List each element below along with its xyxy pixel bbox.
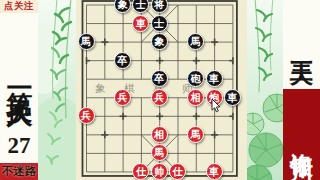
piece-black-6-2[interactable]: 馬 <box>187 33 204 50</box>
lotus-right-art <box>247 0 283 180</box>
lotus-decoration-right <box>247 0 283 180</box>
episode-title: 第一换人 <box>0 18 38 136</box>
video-thumbnail: 点关注 第一换人 27 不迷路 <box>0 0 320 180</box>
stay-badge: 不迷路 <box>0 163 38 180</box>
pieces-layer: 象士将車士馬象馬卒卒砲車兵兵相炮車兵相馬馬仕帅仕車 <box>76 0 247 180</box>
player-name-bottom: 许银川 <box>283 89 320 180</box>
piece-red-5-9[interactable]: 仕 <box>169 163 186 180</box>
xiangqi-board[interactable]: 象棋巫师 象士将車士馬象馬卒卒砲車兵兵相炮車兵相馬馬仕帅仕車 <box>76 0 247 180</box>
mouse-cursor <box>211 99 221 113</box>
willow-left-art <box>38 0 76 180</box>
piece-black-8-5[interactable]: 車 <box>224 89 241 106</box>
piece-black-3-0[interactable]: 士 <box>132 0 149 13</box>
piece-black-4-2[interactable]: 象 <box>151 33 168 50</box>
piece-red-4-9[interactable]: 帅 <box>151 163 168 180</box>
piece-black-4-4[interactable]: 卒 <box>151 70 168 87</box>
piece-black-2-3[interactable]: 卒 <box>114 52 131 69</box>
willow-decoration-left <box>38 0 76 180</box>
piece-black-0-2[interactable]: 馬 <box>78 33 95 50</box>
piece-red-3-1[interactable]: 車 <box>132 15 149 32</box>
piece-red-4-5[interactable]: 兵 <box>151 89 168 106</box>
episode-number: 27 <box>0 133 38 159</box>
piece-red-6-5[interactable]: 相 <box>187 89 204 106</box>
player-name-top: 王天一 <box>283 0 320 89</box>
piece-red-7-9[interactable]: 車 <box>206 163 223 180</box>
follow-badge[interactable]: 点关注 <box>0 0 38 13</box>
left-text-column: 点关注 第一换人 27 不迷路 <box>0 0 38 180</box>
piece-black-4-1[interactable]: 士 <box>151 15 168 32</box>
piece-red-6-7[interactable]: 馬 <box>187 126 204 143</box>
piece-black-6-4[interactable]: 砲 <box>187 70 204 87</box>
piece-red-4-7[interactable]: 相 <box>151 126 168 143</box>
piece-black-7-4[interactable]: 車 <box>206 70 223 87</box>
piece-black-2-0[interactable]: 象 <box>114 0 131 13</box>
piece-red-2-5[interactable]: 兵 <box>114 89 131 106</box>
piece-red-3-9[interactable]: 仕 <box>132 163 149 180</box>
piece-red-4-8[interactable]: 馬 <box>151 144 168 161</box>
piece-red-0-6[interactable]: 兵 <box>78 107 95 124</box>
right-text-column: 王天一 许银川 <box>283 0 320 180</box>
piece-black-4-0[interactable]: 将 <box>151 0 168 13</box>
